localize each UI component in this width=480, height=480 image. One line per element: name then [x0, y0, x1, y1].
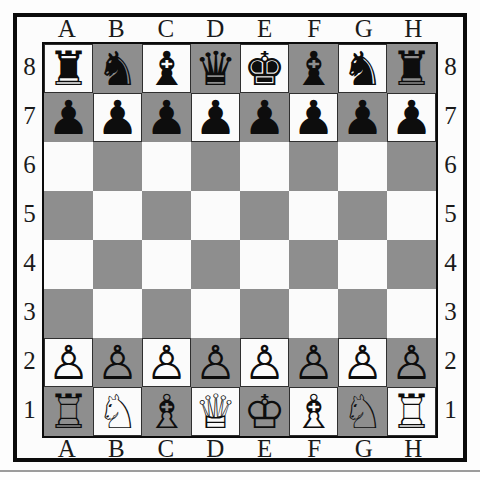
square-d2[interactable]: ♙: [191, 338, 240, 387]
square-h1[interactable]: ♖: [387, 387, 436, 436]
file-label-bottom-h: H: [389, 439, 439, 458]
black-queen-icon: ♛: [194, 44, 236, 93]
black-bishop-icon: ♝: [292, 44, 334, 93]
square-f7[interactable]: ♟: [289, 93, 338, 142]
file-label-bottom-g: G: [339, 439, 389, 458]
white-knight-icon: ♘: [96, 387, 138, 436]
square-g5[interactable]: [338, 191, 387, 240]
black-rook-icon: ♜: [47, 44, 89, 93]
square-a1[interactable]: ♖: [44, 387, 93, 436]
black-pawn-icon: ♟: [47, 93, 89, 142]
rank-label-right-7: 7: [438, 91, 463, 140]
black-knight-icon: ♞: [341, 44, 383, 93]
file-label-top-e: E: [240, 17, 290, 42]
file-label-bottom-d: D: [191, 439, 241, 458]
rank-labels-left: 87654321: [17, 42, 42, 434]
file-label-top-h: H: [389, 17, 439, 42]
file-labels-bottom: ABCDEFGH: [42, 439, 438, 458]
square-a6[interactable]: [44, 142, 93, 191]
white-pawn-icon: ♙: [47, 338, 89, 387]
black-pawn-icon: ♟: [96, 93, 138, 142]
square-f6[interactable]: [289, 142, 338, 191]
rank-labels-right: 87654321: [438, 42, 463, 434]
square-b2[interactable]: ♙: [93, 338, 142, 387]
square-c4[interactable]: [142, 240, 191, 289]
square-a2[interactable]: ♙: [44, 338, 93, 387]
square-b6[interactable]: [93, 142, 142, 191]
black-pawn-icon: ♟: [145, 93, 187, 142]
square-g6[interactable]: [338, 142, 387, 191]
file-label-bottom-a: A: [42, 439, 92, 458]
square-f2[interactable]: ♙: [289, 338, 338, 387]
file-label-top-d: D: [191, 17, 241, 42]
white-pawn-icon: ♙: [292, 338, 334, 387]
square-b8[interactable]: ♞: [93, 44, 142, 93]
rank-label-right-4: 4: [438, 238, 463, 287]
square-c1[interactable]: ♗: [142, 387, 191, 436]
square-e4[interactable]: [240, 240, 289, 289]
square-c3[interactable]: [142, 289, 191, 338]
white-queen-icon: ♕: [194, 387, 236, 436]
square-f4[interactable]: [289, 240, 338, 289]
square-a3[interactable]: [44, 289, 93, 338]
square-d5[interactable]: [191, 191, 240, 240]
square-a7[interactable]: ♟: [44, 93, 93, 142]
rank-label-right-8: 8: [438, 42, 463, 91]
chess-diagram: ABCDEFGH ABCDEFGH 87654321 87654321 ♜♞♝♛…: [0, 0, 480, 480]
square-f8[interactable]: ♝: [289, 44, 338, 93]
black-pawn-icon: ♟: [292, 93, 334, 142]
square-b5[interactable]: [93, 191, 142, 240]
square-h7[interactable]: ♟: [387, 93, 436, 142]
square-g1[interactable]: ♘: [338, 387, 387, 436]
square-d3[interactable]: [191, 289, 240, 338]
black-pawn-icon: ♟: [194, 93, 236, 142]
file-label-bottom-e: E: [240, 439, 290, 458]
black-rook-icon: ♜: [390, 44, 432, 93]
square-h5[interactable]: [387, 191, 436, 240]
white-king-icon: ♔: [243, 387, 285, 436]
square-h8[interactable]: ♜: [387, 44, 436, 93]
square-e2[interactable]: ♙: [240, 338, 289, 387]
white-pawn-icon: ♙: [243, 338, 285, 387]
file-label-top-a: A: [42, 17, 92, 42]
square-e5[interactable]: [240, 191, 289, 240]
square-d4[interactable]: [191, 240, 240, 289]
square-e3[interactable]: [240, 289, 289, 338]
black-bishop-icon: ♝: [145, 44, 187, 93]
white-rook-icon: ♖: [47, 387, 89, 436]
square-c7[interactable]: ♟: [142, 93, 191, 142]
square-c5[interactable]: [142, 191, 191, 240]
black-pawn-icon: ♟: [390, 93, 432, 142]
rank-label-right-2: 2: [438, 336, 463, 385]
white-pawn-icon: ♙: [390, 338, 432, 387]
white-pawn-icon: ♙: [145, 338, 187, 387]
white-pawn-icon: ♙: [341, 338, 383, 387]
file-label-bottom-b: B: [92, 439, 142, 458]
square-h3[interactable]: [387, 289, 436, 338]
rank-label-left-6: 6: [17, 140, 42, 189]
square-b1[interactable]: ♘: [93, 387, 142, 436]
black-pawn-icon: ♟: [243, 93, 285, 142]
file-labels-top: ABCDEFGH: [42, 17, 438, 42]
square-f1[interactable]: ♗: [289, 387, 338, 436]
white-pawn-icon: ♙: [194, 338, 236, 387]
page-bottom-divider: [0, 470, 480, 472]
file-label-top-c: C: [141, 17, 191, 42]
black-knight-icon: ♞: [96, 44, 138, 93]
square-b7[interactable]: ♟: [93, 93, 142, 142]
rank-label-right-1: 1: [438, 385, 463, 434]
rank-label-left-2: 2: [17, 336, 42, 385]
square-g8[interactable]: ♞: [338, 44, 387, 93]
rank-label-left-3: 3: [17, 287, 42, 336]
white-pawn-icon: ♙: [96, 338, 138, 387]
square-h2[interactable]: ♙: [387, 338, 436, 387]
square-d1[interactable]: ♕: [191, 387, 240, 436]
square-e6[interactable]: [240, 142, 289, 191]
white-bishop-icon: ♗: [145, 387, 187, 436]
square-e7[interactable]: ♟: [240, 93, 289, 142]
square-g3[interactable]: [338, 289, 387, 338]
black-king-icon: ♚: [243, 44, 285, 93]
square-g2[interactable]: ♙: [338, 338, 387, 387]
file-label-top-f: F: [290, 17, 340, 42]
square-f5[interactable]: [289, 191, 338, 240]
square-a4[interactable]: [44, 240, 93, 289]
black-pawn-icon: ♟: [341, 93, 383, 142]
white-knight-icon: ♘: [341, 387, 383, 436]
rank-label-right-3: 3: [438, 287, 463, 336]
white-rook-icon: ♖: [390, 387, 432, 436]
rank-label-right-6: 6: [438, 140, 463, 189]
file-label-top-g: G: [339, 17, 389, 42]
square-g4[interactable]: [338, 240, 387, 289]
square-e1[interactable]: ♔: [240, 387, 289, 436]
square-b4[interactable]: [93, 240, 142, 289]
square-a8[interactable]: ♜: [44, 44, 93, 93]
square-c8[interactable]: ♝: [142, 44, 191, 93]
white-bishop-icon: ♗: [292, 387, 334, 436]
square-d8[interactable]: ♛: [191, 44, 240, 93]
rank-label-left-5: 5: [17, 189, 42, 238]
square-h4[interactable]: [387, 240, 436, 289]
square-h6[interactable]: [387, 142, 436, 191]
file-label-top-b: B: [92, 17, 142, 42]
square-c2[interactable]: ♙: [142, 338, 191, 387]
square-a5[interactable]: [44, 191, 93, 240]
square-c6[interactable]: [142, 142, 191, 191]
square-f3[interactable]: [289, 289, 338, 338]
square-d7[interactable]: ♟: [191, 93, 240, 142]
rank-label-left-4: 4: [17, 238, 42, 287]
square-g7[interactable]: ♟: [338, 93, 387, 142]
square-d6[interactable]: [191, 142, 240, 191]
file-label-bottom-c: C: [141, 439, 191, 458]
rank-label-left-7: 7: [17, 91, 42, 140]
square-e8[interactable]: ♚: [240, 44, 289, 93]
file-label-bottom-f: F: [290, 439, 340, 458]
rank-label-left-1: 1: [17, 385, 42, 434]
chess-board: ♜♞♝♛♚♝♞♜♟♟♟♟♟♟♟♟♙♙♙♙♙♙♙♙♖♘♗♕♔♗♘♖: [42, 42, 438, 438]
square-b3[interactable]: [93, 289, 142, 338]
rank-label-right-5: 5: [438, 189, 463, 238]
rank-label-left-8: 8: [17, 42, 42, 91]
